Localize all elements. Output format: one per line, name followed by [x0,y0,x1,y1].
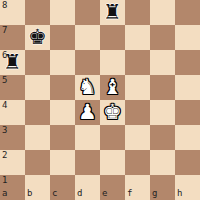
chess-board-wrap: 8♜7♚♜65♞♝4♟♚321abcdefgh [0,0,200,200]
square-b8[interactable] [25,0,50,25]
square-c7[interactable] [50,25,75,50]
rank-label-7: 7 [2,26,7,35]
piece-white-king[interactable]: ♚ [103,100,122,125]
square-e5[interactable]: ♝ [100,75,125,100]
file-label-f: f [127,189,132,198]
square-h6[interactable] [175,50,200,75]
piece-white-knight[interactable]: ♞ [78,75,97,100]
rank-label-5: 5 [2,76,7,85]
piece-black-rook[interactable]: ♜ [3,50,22,75]
square-f3[interactable] [125,125,150,150]
file-label-b: b [27,189,32,198]
square-b2[interactable] [25,150,50,175]
square-c8[interactable] [50,0,75,25]
piece-black-king[interactable]: ♚ [28,25,47,50]
square-c1[interactable]: c [50,175,75,200]
square-h2[interactable] [175,150,200,175]
square-g1[interactable]: g [150,175,175,200]
square-e7[interactable] [100,25,125,50]
chess-board: 8♜7♚♜65♞♝4♟♚321abcdefgh [0,0,200,200]
square-g2[interactable] [150,150,175,175]
rank-label-8: 8 [2,1,7,10]
square-d4[interactable]: ♟ [75,100,100,125]
square-f7[interactable] [125,25,150,50]
square-a2[interactable]: 2 [0,150,25,175]
square-b1[interactable]: b [25,175,50,200]
square-a7[interactable]: 7 [0,25,25,50]
square-f4[interactable] [125,100,150,125]
rank-label-3: 3 [2,126,7,135]
square-e8[interactable]: ♜ [100,0,125,25]
square-b4[interactable] [25,100,50,125]
square-f8[interactable] [125,0,150,25]
piece-white-pawn[interactable]: ♟ [78,100,97,125]
square-b5[interactable] [25,75,50,100]
square-e3[interactable] [100,125,125,150]
square-a4[interactable]: 4 [0,100,25,125]
piece-black-rook[interactable]: ♜ [103,0,122,25]
square-g8[interactable] [150,0,175,25]
square-d5[interactable]: ♞ [75,75,100,100]
file-label-d: d [77,189,82,198]
square-e4[interactable]: ♚ [100,100,125,125]
square-d3[interactable] [75,125,100,150]
square-a5[interactable]: 5 [0,75,25,100]
square-a3[interactable]: 3 [0,125,25,150]
file-label-g: g [152,189,157,198]
square-d6[interactable] [75,50,100,75]
square-b7[interactable]: ♚ [25,25,50,50]
square-a1[interactable]: 1a [0,175,25,200]
square-e6[interactable] [100,50,125,75]
piece-white-bishop[interactable]: ♝ [103,75,122,100]
square-g3[interactable] [150,125,175,150]
square-c3[interactable] [50,125,75,150]
square-b6[interactable] [25,50,50,75]
square-h3[interactable] [175,125,200,150]
square-d7[interactable] [75,25,100,50]
square-d1[interactable]: d [75,175,100,200]
square-c2[interactable] [50,150,75,175]
square-h7[interactable] [175,25,200,50]
square-a6[interactable]: ♜6 [0,50,25,75]
square-d8[interactable] [75,0,100,25]
square-b3[interactable] [25,125,50,150]
square-h1[interactable]: h [175,175,200,200]
rank-label-4: 4 [2,101,7,110]
square-h5[interactable] [175,75,200,100]
file-label-c: c [52,189,57,198]
square-f6[interactable] [125,50,150,75]
square-f2[interactable] [125,150,150,175]
rank-label-2: 2 [2,151,7,160]
square-a8[interactable]: 8 [0,0,25,25]
square-h4[interactable] [175,100,200,125]
square-g6[interactable] [150,50,175,75]
square-f5[interactable] [125,75,150,100]
square-e1[interactable]: e [100,175,125,200]
square-c6[interactable] [50,50,75,75]
file-label-a: a [2,189,7,198]
file-label-e: e [102,189,107,198]
file-label-h: h [177,189,182,198]
square-c4[interactable] [50,100,75,125]
square-c5[interactable] [50,75,75,100]
square-d2[interactable] [75,150,100,175]
square-f1[interactable]: f [125,175,150,200]
square-g7[interactable] [150,25,175,50]
rank-label-1: 1 [2,176,7,185]
square-g4[interactable] [150,100,175,125]
square-h8[interactable] [175,0,200,25]
square-e2[interactable] [100,150,125,175]
square-g5[interactable] [150,75,175,100]
